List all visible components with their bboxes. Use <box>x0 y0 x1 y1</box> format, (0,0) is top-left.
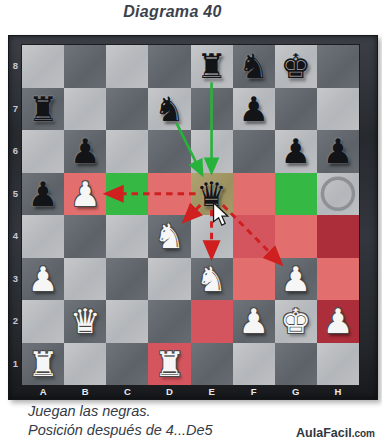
file-label-g: G <box>290 386 302 397</box>
piece-black-pawn[interactable]: ♟ <box>28 173 58 216</box>
square-f1[interactable] <box>233 343 275 386</box>
square-c7[interactable] <box>106 88 148 131</box>
piece-black-king[interactable]: ♚ <box>281 45 311 88</box>
piece-black-pawn[interactable]: ♟ <box>70 130 100 173</box>
chess-board[interactable]: ♜♞♚♜♞♟♟♟♟♟♟♛♞♟♞♟♛♟♚♟♜♜ <box>22 45 359 385</box>
rank-label-2: 2 <box>10 315 21 326</box>
square-b4[interactable] <box>64 215 106 258</box>
square-d1[interactable]: ♜ <box>148 343 190 386</box>
piece-black-pawn[interactable]: ♟ <box>281 130 311 173</box>
square-f3[interactable] <box>233 258 275 301</box>
square-c4[interactable] <box>106 215 148 258</box>
square-f6[interactable] <box>233 130 275 173</box>
diagram-title: Diagrama 40 <box>0 3 345 21</box>
file-label-d: D <box>163 386 175 397</box>
square-c6[interactable] <box>106 130 148 173</box>
rank-label-7: 7 <box>10 103 21 114</box>
square-h7[interactable] <box>317 88 359 131</box>
piece-white-knight[interactable]: ♞ <box>196 258 226 301</box>
caption-block: Juegan las negras. Posición después de 4… <box>28 402 213 440</box>
square-e2[interactable] <box>191 300 233 343</box>
square-b5[interactable]: ♟ <box>64 173 106 216</box>
square-d3[interactable] <box>148 258 190 301</box>
square-g3[interactable]: ♟ <box>275 258 317 301</box>
square-a5[interactable]: ♟ <box>22 173 64 216</box>
piece-white-rook[interactable]: ♜ <box>154 343 184 386</box>
square-f4[interactable] <box>233 215 275 258</box>
square-g1[interactable] <box>275 343 317 386</box>
square-h3[interactable] <box>317 258 359 301</box>
square-h2[interactable]: ♟ <box>317 300 359 343</box>
file-label-h: H <box>332 386 344 397</box>
square-d4[interactable]: ♞ <box>148 215 190 258</box>
square-h6[interactable]: ♟ <box>317 130 359 173</box>
piece-white-pawn[interactable]: ♟ <box>238 300 268 343</box>
piece-white-rook[interactable]: ♜ <box>28 343 58 386</box>
square-h8[interactable] <box>317 45 359 88</box>
square-e1[interactable] <box>191 343 233 386</box>
square-d2[interactable] <box>148 300 190 343</box>
piece-white-king[interactable]: ♚ <box>281 300 311 343</box>
piece-white-pawn[interactable]: ♟ <box>70 173 100 216</box>
square-g5[interactable] <box>275 173 317 216</box>
file-label-c: C <box>121 386 133 397</box>
rank-label-5: 5 <box>10 188 21 199</box>
square-e6[interactable] <box>191 130 233 173</box>
piece-white-pawn[interactable]: ♟ <box>28 258 58 301</box>
square-d8[interactable] <box>148 45 190 88</box>
file-label-e: E <box>206 386 218 397</box>
brand-tld: .com <box>352 428 375 439</box>
brand-logo: AulaFacil.com <box>296 423 375 441</box>
piece-white-knight[interactable]: ♞ <box>154 215 184 258</box>
square-g8[interactable]: ♚ <box>275 45 317 88</box>
square-e5[interactable]: ♛ <box>191 173 233 216</box>
square-a4[interactable] <box>22 215 64 258</box>
brand-name: AulaFacil <box>296 426 352 440</box>
rank-label-1: 1 <box>10 358 21 369</box>
square-c8[interactable] <box>106 45 148 88</box>
piece-white-pawn[interactable]: ♟ <box>281 258 311 301</box>
square-a1[interactable]: ♜ <box>22 343 64 386</box>
square-c3[interactable] <box>106 258 148 301</box>
piece-black-rook[interactable]: ♜ <box>196 45 226 88</box>
square-a6[interactable] <box>22 130 64 173</box>
square-g4[interactable] <box>275 215 317 258</box>
square-c1[interactable] <box>106 343 148 386</box>
rank-label-8: 8 <box>10 60 21 71</box>
square-f5[interactable] <box>233 173 275 216</box>
square-f8[interactable]: ♞ <box>233 45 275 88</box>
square-c2[interactable] <box>106 300 148 343</box>
square-g6[interactable]: ♟ <box>275 130 317 173</box>
square-g2[interactable]: ♚ <box>275 300 317 343</box>
piece-white-queen[interactable]: ♛ <box>70 300 100 343</box>
square-b7[interactable] <box>64 88 106 131</box>
rank-label-3: 3 <box>10 273 21 284</box>
square-g7[interactable] <box>275 88 317 131</box>
chess-board-frame: ♜♞♚♜♞♟♟♟♟♟♟♛♞♟♞♟♛♟♚♟♜♜ 87654321 ABCDEFGH <box>8 35 378 400</box>
square-d6[interactable] <box>148 130 190 173</box>
file-label-f: F <box>248 386 260 397</box>
piece-black-pawn[interactable]: ♟ <box>323 130 353 173</box>
square-b6[interactable]: ♟ <box>64 130 106 173</box>
piece-black-pawn[interactable]: ♟ <box>238 88 268 131</box>
square-b8[interactable] <box>64 45 106 88</box>
square-f7[interactable]: ♟ <box>233 88 275 131</box>
piece-white-pawn[interactable]: ♟ <box>323 300 353 343</box>
square-h1[interactable] <box>317 343 359 386</box>
diagram-page: Diagrama 40 ♜♞♚♜♞♟♟♟♟♟♟♛♞♟♞♟♛♟♚♟♜♜ 87654… <box>0 0 382 443</box>
file-label-b: B <box>79 386 91 397</box>
file-label-a: A <box>37 386 49 397</box>
square-a8[interactable] <box>22 45 64 88</box>
square-b3[interactable] <box>64 258 106 301</box>
piece-black-knight[interactable]: ♞ <box>238 45 268 88</box>
square-d5[interactable] <box>148 173 190 216</box>
piece-black-rook[interactable]: ♜ <box>28 88 58 131</box>
square-c5[interactable] <box>106 173 148 216</box>
square-e8[interactable]: ♜ <box>191 45 233 88</box>
square-e3[interactable]: ♞ <box>191 258 233 301</box>
square-h5[interactable] <box>317 173 359 216</box>
square-h4[interactable] <box>317 215 359 258</box>
piece-black-queen[interactable]: ♛ <box>196 173 226 216</box>
square-d7[interactable]: ♞ <box>148 88 190 131</box>
rank-label-4: 4 <box>10 230 21 241</box>
square-e7[interactable] <box>191 88 233 131</box>
square-a3[interactable]: ♟ <box>22 258 64 301</box>
caption-line-1: Juegan las negras. <box>28 402 213 421</box>
square-f2[interactable]: ♟ <box>233 300 275 343</box>
square-e4[interactable] <box>191 215 233 258</box>
square-a2[interactable] <box>22 300 64 343</box>
square-b1[interactable] <box>64 343 106 386</box>
piece-black-knight[interactable]: ♞ <box>154 88 184 131</box>
rank-label-6: 6 <box>10 145 21 156</box>
square-a7[interactable]: ♜ <box>22 88 64 131</box>
caption-line-2: Posición después de 4...De5 <box>28 421 213 440</box>
square-b2[interactable]: ♛ <box>64 300 106 343</box>
